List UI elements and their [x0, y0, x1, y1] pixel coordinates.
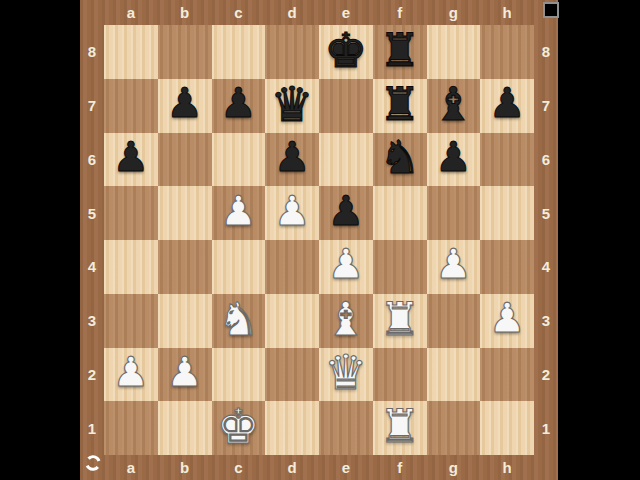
rank-label-3: 3: [534, 294, 558, 348]
piece-black-rook[interactable]: ♜: [379, 81, 420, 127]
square-d4[interactable]: [265, 240, 319, 294]
square-d3[interactable]: [265, 294, 319, 348]
square-d6[interactable]: ♟: [265, 133, 319, 187]
square-a1[interactable]: [104, 401, 158, 455]
file-label-e: e: [319, 455, 373, 480]
board-grid: ♚♜♟♟♛♜♝♟♟♟♞♟♟♟♟♟♟♞♝♜♟♟♟♛♚♜: [104, 25, 534, 455]
rank-label-8: 8: [534, 25, 558, 79]
square-a2[interactable]: ♟: [104, 348, 158, 402]
square-d7[interactable]: ♛: [265, 79, 319, 133]
piece-black-pawn[interactable]: ♟: [220, 83, 257, 124]
square-h1[interactable]: [480, 401, 534, 455]
turn-indicator-black-to-move: [543, 2, 559, 18]
rank-label-1: 1: [534, 401, 558, 455]
piece-black-knight[interactable]: ♞: [379, 134, 420, 180]
file-label-h: h: [480, 0, 534, 25]
file-label-g: g: [427, 0, 481, 25]
square-g8[interactable]: [427, 25, 481, 79]
square-a5[interactable]: [104, 186, 158, 240]
square-f1[interactable]: ♜: [373, 401, 427, 455]
rank-label-4: 4: [534, 240, 558, 294]
square-c4[interactable]: [212, 240, 266, 294]
square-c7[interactable]: ♟: [212, 79, 266, 133]
rank-label-7: 7: [80, 79, 104, 133]
square-e1[interactable]: [319, 401, 373, 455]
rank-label-6: 6: [80, 133, 104, 187]
piece-black-pawn[interactable]: ♟: [112, 137, 149, 178]
square-d2[interactable]: [265, 348, 319, 402]
square-g2[interactable]: [427, 348, 481, 402]
rank-label-2: 2: [80, 348, 104, 402]
square-e3[interactable]: ♝: [319, 294, 373, 348]
square-h7[interactable]: ♟: [480, 79, 534, 133]
rank-label-7: 7: [534, 79, 558, 133]
piece-black-pawn[interactable]: ♟: [274, 137, 311, 178]
square-a8[interactable]: [104, 25, 158, 79]
piece-white-rook[interactable]: ♜: [379, 403, 420, 449]
rank-label-1: 1: [80, 401, 104, 455]
square-f8[interactable]: ♜: [373, 25, 427, 79]
piece-black-pawn[interactable]: ♟: [435, 137, 472, 178]
square-a3[interactable]: [104, 294, 158, 348]
square-c2[interactable]: [212, 348, 266, 402]
piece-black-queen[interactable]: ♛: [271, 80, 314, 128]
piece-black-pawn[interactable]: ♟: [166, 83, 203, 124]
square-h2[interactable]: [480, 348, 534, 402]
file-label-c: c: [212, 455, 266, 480]
rank-label-3: 3: [80, 294, 104, 348]
square-c1[interactable]: ♚: [212, 401, 266, 455]
square-e5[interactable]: ♟: [319, 186, 373, 240]
square-c5[interactable]: ♟: [212, 186, 266, 240]
square-d8[interactable]: [265, 25, 319, 79]
file-label-b: b: [158, 455, 212, 480]
square-f7[interactable]: ♜: [373, 79, 427, 133]
piece-white-pawn[interactable]: ♟: [112, 352, 149, 393]
chess-board: abcdefgh abcdefgh 87654321 87654321 ♚♜♟♟…: [80, 0, 558, 480]
piece-black-bishop[interactable]: ♝: [433, 81, 474, 127]
piece-white-pawn[interactable]: ♟: [274, 191, 311, 232]
piece-white-queen[interactable]: ♛: [324, 348, 367, 396]
square-d1[interactable]: [265, 401, 319, 455]
square-h4[interactable]: [480, 240, 534, 294]
square-b1[interactable]: [158, 401, 212, 455]
piece-white-bishop[interactable]: ♝: [325, 296, 366, 342]
square-b3[interactable]: [158, 294, 212, 348]
file-labels-bottom: abcdefgh: [104, 455, 534, 480]
piece-black-rook[interactable]: ♜: [379, 27, 420, 73]
square-c6[interactable]: [212, 133, 266, 187]
rank-label-6: 6: [534, 133, 558, 187]
file-label-g: g: [427, 455, 481, 480]
square-f2[interactable]: [373, 348, 427, 402]
rank-label-2: 2: [534, 348, 558, 402]
square-f4[interactable]: [373, 240, 427, 294]
file-label-d: d: [265, 0, 319, 25]
piece-white-pawn[interactable]: ♟: [327, 244, 364, 285]
square-g7[interactable]: ♝: [427, 79, 481, 133]
rank-label-8: 8: [80, 25, 104, 79]
square-f3[interactable]: ♜: [373, 294, 427, 348]
rank-label-5: 5: [80, 186, 104, 240]
rank-labels-right: 87654321: [534, 25, 558, 455]
square-b2[interactable]: ♟: [158, 348, 212, 402]
square-g1[interactable]: [427, 401, 481, 455]
piece-black-pawn[interactable]: ♟: [327, 191, 364, 232]
file-label-a: a: [104, 0, 158, 25]
square-h3[interactable]: ♟: [480, 294, 534, 348]
file-label-h: h: [480, 455, 534, 480]
circular-arrows-icon: [83, 453, 103, 473]
file-label-f: f: [373, 455, 427, 480]
piece-black-king[interactable]: ♚: [324, 26, 367, 74]
square-g3[interactable]: [427, 294, 481, 348]
file-label-b: b: [158, 0, 212, 25]
file-label-c: c: [212, 0, 266, 25]
square-d5[interactable]: ♟: [265, 186, 319, 240]
rank-labels-left: 87654321: [80, 25, 104, 455]
piece-white-pawn[interactable]: ♟: [220, 191, 257, 232]
square-e7[interactable]: [319, 79, 373, 133]
file-label-d: d: [265, 455, 319, 480]
square-a7[interactable]: [104, 79, 158, 133]
square-h6[interactable]: [480, 133, 534, 187]
square-f6[interactable]: ♞: [373, 133, 427, 187]
square-e8[interactable]: ♚: [319, 25, 373, 79]
square-b6[interactable]: [158, 133, 212, 187]
video-frame: abcdefgh abcdefgh 87654321 87654321 ♚♜♟♟…: [0, 0, 640, 480]
square-b4[interactable]: [158, 240, 212, 294]
piece-black-pawn[interactable]: ♟: [489, 83, 526, 124]
file-label-a: a: [104, 455, 158, 480]
file-label-f: f: [373, 0, 427, 25]
square-b5[interactable]: [158, 186, 212, 240]
square-g5[interactable]: [427, 186, 481, 240]
square-b8[interactable]: [158, 25, 212, 79]
square-h8[interactable]: [480, 25, 534, 79]
square-a6[interactable]: ♟: [104, 133, 158, 187]
piece-white-knight[interactable]: ♞: [218, 296, 259, 342]
square-b7[interactable]: ♟: [158, 79, 212, 133]
square-g6[interactable]: ♟: [427, 133, 481, 187]
rank-label-4: 4: [80, 240, 104, 294]
square-f5[interactable]: [373, 186, 427, 240]
piece-white-pawn[interactable]: ♟: [435, 244, 472, 285]
square-c3[interactable]: ♞: [212, 294, 266, 348]
rank-label-5: 5: [534, 186, 558, 240]
piece-white-king[interactable]: ♚: [217, 402, 260, 450]
piece-white-pawn[interactable]: ♟: [489, 298, 526, 339]
square-g4[interactable]: ♟: [427, 240, 481, 294]
flip-board-button[interactable]: [83, 453, 103, 473]
square-a4[interactable]: [104, 240, 158, 294]
square-c8[interactable]: [212, 25, 266, 79]
square-e4[interactable]: ♟: [319, 240, 373, 294]
piece-white-rook[interactable]: ♜: [379, 296, 420, 342]
square-h5[interactable]: [480, 186, 534, 240]
square-e2[interactable]: ♛: [319, 348, 373, 402]
square-e6[interactable]: [319, 133, 373, 187]
piece-white-pawn[interactable]: ♟: [166, 352, 203, 393]
file-labels-top: abcdefgh: [104, 0, 534, 25]
